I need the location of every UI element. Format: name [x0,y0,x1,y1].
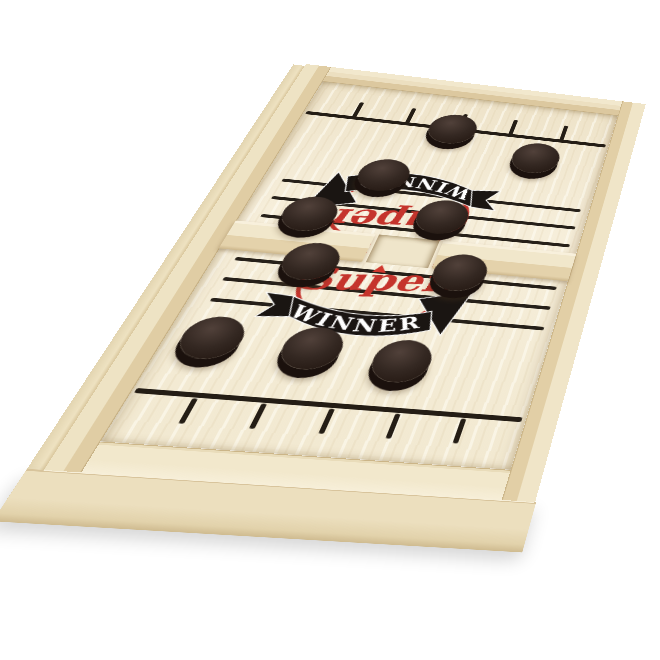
product-photo: Super WINNER Super WINNER [0,0,660,660]
sling-puck-board: Super WINNER Super WINNER [44,64,645,502]
